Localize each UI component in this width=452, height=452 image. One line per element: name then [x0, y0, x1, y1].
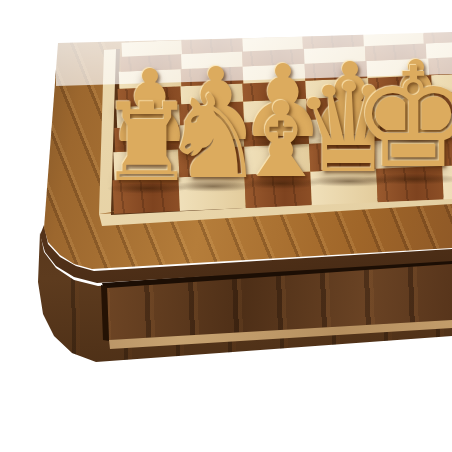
- piece-white-queen-d1: ♛: [293, 66, 404, 190]
- square-b5: [180, 83, 244, 104]
- square-c7: [242, 49, 304, 67]
- box-front-face: [0, 0, 452, 452]
- square-a2: [113, 149, 179, 180]
- square-a1: [112, 177, 179, 214]
- square-d4: [307, 96, 371, 120]
- square-e5: [368, 75, 432, 96]
- square-e4: [370, 93, 434, 117]
- square-e8: [363, 30, 424, 47]
- board-inlay-line-front: [0, 0, 452, 452]
- drawer-top-seam: [0, 0, 452, 452]
- square-c8: [242, 35, 303, 52]
- piece-white-pawn-c2: ♟: [238, 52, 328, 152]
- piece-white-pawn-a2: ♟: [105, 57, 195, 157]
- piece-white-pawn-d2: ♟: [305, 50, 395, 150]
- square-f3: [436, 111, 452, 138]
- square-f4: [434, 90, 452, 114]
- board-frame: [0, 0, 452, 452]
- square-c6: [243, 64, 306, 84]
- chess-box-photo: ♟♟♟♟♟♜♞♝♛♚: [0, 0, 452, 452]
- board-row-rank-8: [122, 22, 452, 57]
- board-row-rank-5: [117, 67, 452, 107]
- square-b2: [179, 146, 245, 177]
- piece-white-pawn-e2: ♟: [371, 48, 452, 148]
- square-b4: [179, 101, 243, 125]
- drawer-front: [0, 0, 452, 452]
- board-row-rank-3: [115, 106, 452, 152]
- square-d3: [308, 117, 373, 144]
- square-e1: [376, 166, 443, 203]
- board-inlay-line-left: [0, 0, 452, 452]
- square-f7: [426, 41, 452, 59]
- chessboard-clip: [0, 0, 452, 452]
- piece-white-king-e1: ♚: [351, 50, 452, 188]
- square-c2: [244, 144, 310, 175]
- square-c1: [244, 172, 311, 209]
- square-c3: [243, 120, 308, 147]
- board-row-rank-7: [120, 35, 452, 71]
- piece-white-rook-a1: ♜: [99, 89, 196, 197]
- square-d5: [306, 78, 370, 99]
- square-d8: [303, 32, 364, 49]
- square-f5: [431, 73, 452, 94]
- square-b8: [182, 37, 243, 54]
- square-a4: [116, 104, 180, 128]
- square-d2: [309, 141, 375, 172]
- square-f2: [439, 135, 452, 166]
- square-f1: [442, 163, 452, 200]
- square-a3: [115, 125, 180, 152]
- square-e2: [374, 138, 440, 169]
- square-c4: [243, 99, 307, 123]
- piece-white-knight-b1: ♞: [161, 79, 265, 195]
- drawer-plywood-edge: [0, 0, 452, 452]
- square-d1: [310, 169, 377, 206]
- board-border-front: [0, 0, 452, 452]
- square-b1: [178, 174, 245, 211]
- box-top-edge-lip: [0, 0, 452, 452]
- square-b7: [181, 51, 243, 69]
- pieces-layer: ♟♟♟♟♟♜♞♝♛♚: [0, 0, 452, 452]
- square-a7: [120, 54, 182, 72]
- square-b6: [181, 66, 244, 86]
- square-a5: [117, 86, 181, 107]
- square-e7: [365, 43, 427, 61]
- board-row-rank-2: [113, 129, 452, 180]
- board-border-left: [0, 0, 452, 452]
- board-row-rank-4: [116, 85, 452, 128]
- square-a6: [119, 69, 182, 89]
- square-f6: [428, 56, 452, 76]
- piece-white-pawn-b2: ♟: [171, 55, 261, 155]
- square-f8: [423, 27, 452, 44]
- drawer-left-seam: [0, 0, 452, 452]
- square-c5: [243, 81, 307, 102]
- square-a8: [122, 40, 183, 57]
- overexposure-highlight: [0, 0, 452, 452]
- square-e6: [366, 58, 429, 78]
- square-b3: [179, 122, 244, 149]
- board-row-rank-6: [119, 50, 452, 89]
- chessboard: [88, 6, 452, 215]
- square-e3: [372, 114, 437, 141]
- board-row-rank-1: [112, 157, 452, 214]
- square-d7: [304, 46, 366, 64]
- square-d6: [304, 61, 367, 81]
- piece-white-bishop-c1: ♝: [234, 88, 327, 192]
